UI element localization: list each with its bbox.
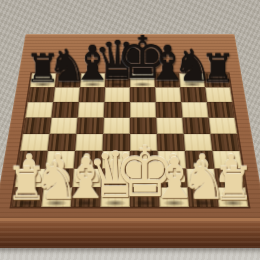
square-h1[interactable]: ♜ xyxy=(217,187,249,207)
square-a6[interactable] xyxy=(25,102,53,117)
square-h7[interactable] xyxy=(205,87,232,102)
square-c7[interactable] xyxy=(79,87,105,102)
chess-board-frame: ♜♞♝♛♚♝♞♜♟♟♟♟♟♟♟♟♜♞♝♛♚♝♞♜ xyxy=(0,34,260,218)
square-e7[interactable] xyxy=(130,87,156,102)
square-d6[interactable] xyxy=(104,102,130,117)
board-scene: ♜♞♝♛♚♝♞♜♟♟♟♟♟♟♟♟♜♞♝♛♚♝♞♜ xyxy=(0,0,260,260)
square-b5[interactable] xyxy=(50,118,78,134)
photo-stage: ♜♞♝♛♚♝♞♜♟♟♟♟♟♟♟♟♜♞♝♛♚♝♞♜ xyxy=(0,0,260,260)
square-c5[interactable] xyxy=(76,118,103,134)
square-b6[interactable] xyxy=(51,102,78,117)
board-front-edge xyxy=(0,218,260,248)
black-rook[interactable]: ♜ xyxy=(200,48,235,87)
square-g7[interactable] xyxy=(180,87,207,102)
square-a7[interactable] xyxy=(28,87,55,102)
square-h6[interactable] xyxy=(207,102,235,117)
square-g5[interactable] xyxy=(182,118,210,134)
square-h8[interactable]: ♜ xyxy=(204,73,231,87)
square-g6[interactable] xyxy=(181,102,208,117)
square-h5[interactable] xyxy=(209,118,238,134)
square-e6[interactable] xyxy=(130,102,156,117)
white-rook[interactable]: ♜ xyxy=(213,161,255,207)
square-f7[interactable] xyxy=(155,87,181,102)
chess-board: ♜♞♝♛♚♝♞♜♟♟♟♟♟♟♟♟♜♞♝♛♚♝♞♜ xyxy=(12,73,249,207)
square-c6[interactable] xyxy=(78,102,105,117)
square-b7[interactable] xyxy=(53,87,80,102)
square-a5[interactable] xyxy=(23,118,52,134)
square-d7[interactable] xyxy=(104,87,130,102)
square-f6[interactable] xyxy=(156,102,183,117)
